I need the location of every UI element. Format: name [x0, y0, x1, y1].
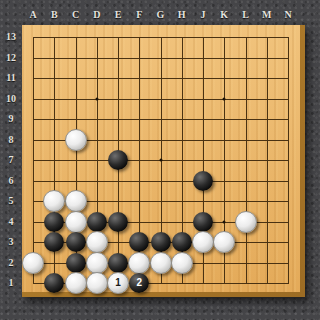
- white-stone: [86, 252, 108, 274]
- black-stone: 2: [129, 273, 149, 293]
- white-stone: [86, 231, 108, 253]
- white-stone: 1: [107, 272, 129, 294]
- white-stone: [192, 231, 214, 253]
- star-point: [159, 159, 162, 162]
- row-label: 5: [9, 196, 14, 206]
- column-label: B: [51, 10, 58, 20]
- row-label: 13: [6, 32, 16, 42]
- black-stone: [87, 212, 107, 232]
- white-stone: [213, 231, 235, 253]
- column-label: J: [201, 10, 206, 20]
- black-stone: [66, 232, 86, 252]
- white-stone: [65, 129, 87, 151]
- white-stone: [150, 252, 172, 274]
- black-stone: [108, 150, 128, 170]
- black-stone: [66, 253, 86, 273]
- black-stone: [44, 232, 64, 252]
- column-label: D: [93, 10, 100, 20]
- black-stone: [172, 232, 192, 252]
- row-label: 7: [9, 155, 14, 165]
- board-frame: 12: [22, 25, 305, 297]
- row-label: 1: [9, 278, 14, 288]
- row-label: 8: [9, 135, 14, 145]
- column-label: E: [115, 10, 122, 20]
- white-stone: [171, 252, 193, 274]
- row-label: 6: [9, 176, 14, 186]
- white-stone: [128, 252, 150, 274]
- move-number-label: 1: [115, 278, 121, 288]
- column-label: F: [136, 10, 142, 20]
- row-label: 10: [6, 94, 16, 104]
- black-stone: [44, 212, 64, 232]
- black-stone: [44, 273, 64, 293]
- white-stone: [43, 190, 65, 212]
- go-board[interactable]: 12: [22, 25, 300, 292]
- black-stone: [108, 212, 128, 232]
- column-label: L: [242, 10, 249, 20]
- row-label: 3: [9, 237, 14, 247]
- row-label: 9: [9, 114, 14, 124]
- grid-line-vertical: [246, 37, 247, 284]
- grid-line-horizontal: [33, 181, 289, 182]
- column-label: G: [157, 10, 165, 20]
- white-stone: [22, 252, 44, 274]
- white-stone: [65, 272, 87, 294]
- star-point: [223, 220, 226, 223]
- row-label: 4: [9, 217, 14, 227]
- black-stone: [193, 171, 213, 191]
- black-stone: [151, 232, 171, 252]
- black-stone: [129, 232, 149, 252]
- column-label: N: [284, 10, 291, 20]
- row-label: 12: [6, 53, 16, 63]
- column-label: M: [262, 10, 271, 20]
- white-stone: [86, 272, 108, 294]
- white-stone: [235, 211, 257, 233]
- go-diagram-background: 12 ABCDEFGHJKLMN13121110987654321: [0, 0, 320, 320]
- column-label: K: [220, 10, 228, 20]
- black-stone: [193, 212, 213, 232]
- row-label: 2: [9, 258, 14, 268]
- column-label: C: [72, 10, 79, 20]
- column-label: H: [178, 10, 186, 20]
- grid-line-vertical: [267, 37, 268, 284]
- column-label: A: [29, 10, 36, 20]
- black-stone: [108, 253, 128, 273]
- row-label: 11: [6, 73, 15, 83]
- white-stone: [65, 190, 87, 212]
- star-point: [95, 97, 98, 100]
- grid-line-vertical: [288, 37, 289, 284]
- white-stone: [65, 211, 87, 233]
- star-point: [223, 97, 226, 100]
- move-number-label: 2: [136, 278, 142, 288]
